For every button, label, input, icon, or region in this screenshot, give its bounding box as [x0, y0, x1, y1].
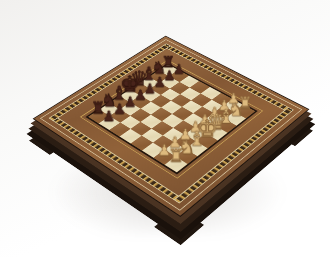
piece-wR-h1: ♜: [168, 147, 183, 164]
piece-bP-h7: ♟: [103, 109, 116, 123]
chess-set-photo: ♜♟♟♜♞♟♟♞♝♟♟♝♛♟♟♛♚♟♟♚♝♟♟♝♞♟♟♞♜♟♟♜: [0, 0, 330, 257]
